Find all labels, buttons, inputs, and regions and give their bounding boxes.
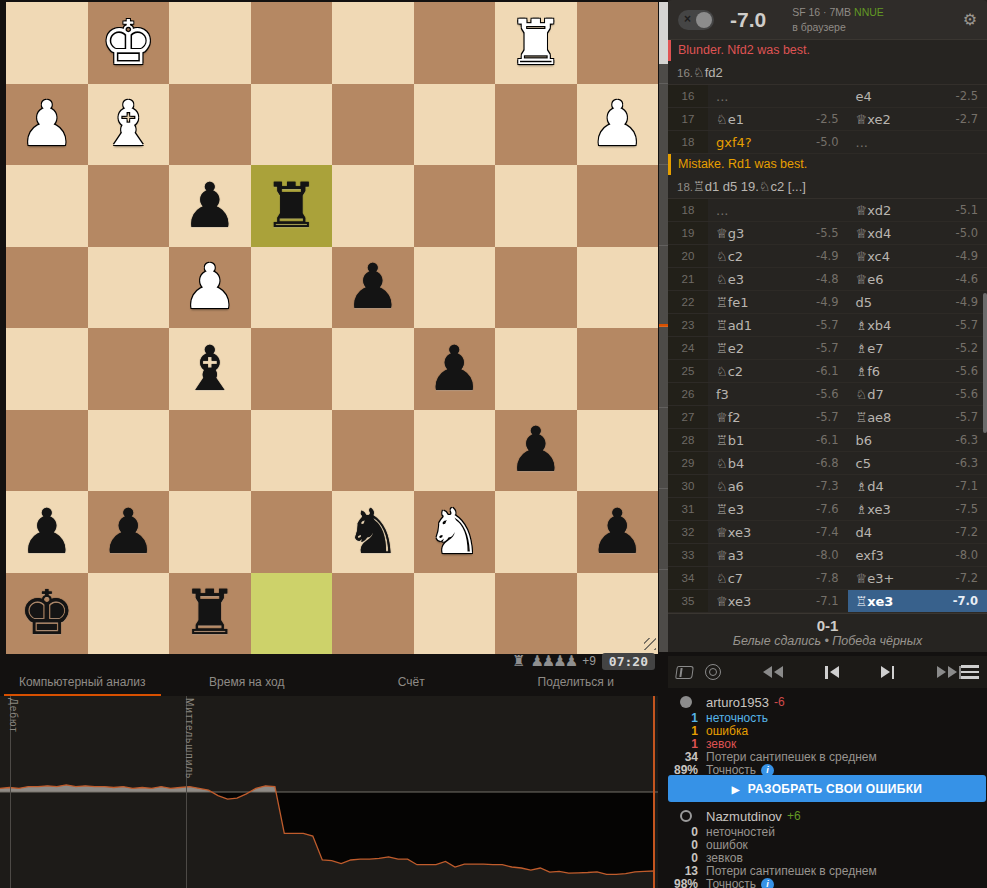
move-eval: -5.6 [956, 383, 978, 405]
square-b1[interactable]: ♜ [495, 2, 577, 84]
move-24-white[interactable]: ♖e2-5.7 [708, 337, 848, 359]
square-f3[interactable]: ♟ [169, 165, 251, 247]
white-king-g1[interactable]: ♚ [88, 2, 170, 84]
engine-toggle-knob [696, 12, 712, 28]
move-san: ♕xe3 [716, 521, 751, 543]
analysis-page: ♚♜♟♝♟♟♜♟♟♝♟♟♟♟♞♞♟♚♜ ♜♟♟♟♟ +9 07:20 Компь… [0, 0, 987, 888]
square-c1[interactable] [414, 2, 496, 84]
move-row-34: 34♘c7-7.8♕e3+-7.2 [668, 567, 987, 590]
move-san: c5 [856, 452, 871, 474]
square-d8[interactable] [332, 573, 414, 655]
white-player-dot [680, 696, 692, 708]
eval-graph-svg [0, 696, 658, 888]
move-eval: -4.9 [956, 291, 978, 313]
move-eval: -5.5 [816, 222, 838, 244]
engine-toggle-off-icon: × [684, 12, 691, 26]
move-row-21: 21♘e3-4.8♕e6-4.6 [668, 268, 987, 291]
square-a6[interactable] [577, 410, 659, 492]
tab-crosstable[interactable]: Счёт [329, 670, 494, 696]
square-a1[interactable] [577, 2, 659, 84]
move-16-white[interactable]: ... [708, 85, 848, 107]
move-san: ♖b1 [716, 429, 744, 451]
tab-computer-analysis[interactable]: Компьютерный анализ [0, 670, 165, 696]
square-c4[interactable] [414, 247, 496, 329]
move-san: ... [856, 131, 868, 153]
material-strip: ♜♟♟♟♟ +9 07:20 [0, 652, 658, 670]
movelist-scrollbar[interactable] [983, 293, 987, 433]
square-f6[interactable] [169, 410, 251, 492]
move-eval: -6.8 [816, 452, 838, 474]
move-26-white[interactable]: f3-5.6 [708, 383, 848, 405]
square-d6[interactable] [332, 410, 414, 492]
square-c5[interactable]: ♟ [414, 328, 496, 410]
square-c8[interactable] [414, 573, 496, 655]
square-f7[interactable] [169, 491, 251, 573]
black-acpl-row: 13Потери сантипешек в среднем [668, 865, 987, 878]
move-san: ♖fe1 [716, 291, 749, 313]
move-table-1: 16...e4-2.517♘e1-2.5♕xe2-2.718gxf4?-5.0.… [668, 85, 987, 154]
move-san: ♖e2 [716, 337, 744, 359]
white-bishop-g2[interactable]: ♝ [88, 84, 170, 166]
move-san: ♗f6 [856, 360, 881, 382]
practice-target-icon[interactable] [705, 664, 721, 680]
move-26-black[interactable]: ♘d7-5.6 [848, 383, 987, 405]
captured-pieces: ♜♟♟♟♟ [512, 652, 576, 670]
result-block: 0-1 Белые сдались • Победа чёрных [668, 613, 987, 652]
move-row-24: 24♖e2-5.7♗e7-5.2 [668, 337, 987, 360]
move-18-black[interactable]: ... [848, 131, 987, 153]
move-san: ♕xd4 [856, 222, 892, 244]
move-20-white[interactable]: ♘c2-4.9 [708, 245, 848, 267]
move-31-black[interactable]: ♗xe3-7.5 [848, 498, 987, 520]
square-h6[interactable] [6, 410, 88, 492]
white-player-name[interactable]: arturo1953 [706, 695, 769, 710]
square-a4[interactable] [577, 247, 659, 329]
move-29-white[interactable]: ♘b4-6.8 [708, 452, 848, 474]
black-pawn-d4[interactable]: ♟ [332, 247, 414, 329]
white-pawn-f4[interactable]: ♟ [169, 247, 251, 329]
black-king-h8[interactable]: ♚ [6, 573, 88, 655]
square-b6[interactable]: ♟ [495, 410, 577, 492]
move-row-17: 17♘e1-2.5♕xe2-2.7 [668, 108, 987, 131]
move-number: 20 [668, 245, 708, 267]
white-rook-b1[interactable]: ♜ [495, 2, 577, 84]
move-number: 18 [668, 199, 708, 221]
square-g3[interactable] [88, 165, 170, 247]
result-text: Белые сдались • Победа чёрных [668, 634, 987, 648]
move-eval: -5.7 [816, 406, 838, 428]
black-mistakes-row[interactable]: 0ошибок [668, 839, 987, 852]
move-number: 19 [668, 222, 708, 244]
move-san: ♘a6 [716, 475, 744, 497]
square-g5[interactable] [88, 328, 170, 410]
captured-rook-icon: ♜ [512, 652, 525, 670]
move-san: ♘c7 [716, 567, 743, 589]
last-move-button[interactable] [937, 666, 962, 679]
move-eval: -7.2 [956, 567, 978, 589]
black-pawn-b6[interactable]: ♟ [495, 410, 577, 492]
move-san: ♗xe3 [856, 498, 891, 520]
square-d5[interactable] [332, 328, 414, 410]
move-san: ... [716, 85, 728, 107]
move-san: ♘c2 [716, 245, 743, 267]
black-pawn-a7[interactable]: ♟ [577, 491, 659, 573]
move-eval: -6.3 [956, 452, 978, 474]
move-number: 30 [668, 475, 708, 497]
move-san: e4 [856, 85, 872, 107]
square-h2[interactable]: ♟ [6, 84, 88, 166]
square-e5[interactable] [251, 328, 333, 410]
move-number: 26 [668, 383, 708, 405]
move-row-19: 19♕g3-5.5♕xd4-5.0 [668, 222, 987, 245]
move-san: ♘e1 [716, 108, 744, 130]
black-rook-f8[interactable]: ♜ [169, 573, 251, 655]
square-a5[interactable] [577, 328, 659, 410]
square-f8[interactable]: ♜ [169, 573, 251, 655]
move-number: 29 [668, 452, 708, 474]
square-g2[interactable]: ♝ [88, 84, 170, 166]
board-resize-handle[interactable] [644, 638, 656, 650]
move-san: ♖ad1 [716, 314, 752, 336]
gear-icon[interactable]: ⚙ [963, 10, 977, 29]
square-f1[interactable] [169, 2, 251, 84]
move-27-white[interactable]: ♕f2-5.7 [708, 406, 848, 428]
result-score: 0-1 [668, 617, 987, 634]
move-25-black[interactable]: ♗f6-5.6 [848, 360, 987, 382]
next-move-button[interactable] [881, 666, 895, 679]
move-san: ♘c2 [716, 360, 743, 382]
move-17-white[interactable]: ♘e1-2.5 [708, 108, 848, 130]
square-h7[interactable]: ♟ [6, 491, 88, 573]
move-row-31: 31♖e3-7.6♗xe3-7.5 [668, 498, 987, 521]
move-row-26: 26f3-5.6♘d7-5.6 [668, 383, 987, 406]
white-acpl-row: 34Потери сантипешек в среднем [668, 751, 987, 764]
white-player-stats: arturo1953 -6 1неточность 1ошибка 1зевок… [668, 694, 987, 777]
move-30-white[interactable]: ♘a6-7.3 [708, 475, 848, 497]
move-33-black[interactable]: exf3-8.0 [848, 544, 987, 566]
move-san: gxf4? [716, 131, 752, 153]
eval-graph[interactable]: Дебют Миттельшпиль [0, 696, 658, 888]
black-player-stats: Nazmutdinov +6 0неточностей 0ошибок 0зев… [668, 808, 987, 888]
move-eval: -4.9 [816, 291, 838, 313]
move-eval: -5.7 [816, 314, 838, 336]
variation-line-mistake[interactable]: 18.♖d1 d5 19.♘c2 [...] [668, 175, 987, 199]
square-d3[interactable] [332, 165, 414, 247]
move-row-32: 32♕xe3-7.4d4-7.2 [668, 521, 987, 544]
move-san: ♕e6 [856, 268, 884, 290]
engine-location: в браузере [792, 20, 952, 34]
move-san: f3 [716, 383, 729, 405]
move-eval: -6.1 [816, 429, 838, 451]
engine-nnue-badge: NNUE [854, 6, 884, 18]
square-e7[interactable] [251, 491, 333, 573]
black-inaccuracies-row[interactable]: 0неточностей [668, 826, 987, 839]
square-h3[interactable] [6, 165, 88, 247]
white-inaccuracies-row[interactable]: 1неточность [668, 712, 987, 725]
move-san: ♘b4 [716, 452, 744, 474]
phase-label-opening: Дебют [8, 698, 19, 733]
square-e8[interactable] [251, 573, 333, 655]
move-number: 32 [668, 521, 708, 543]
move-row-16: 16...e4-2.5 [668, 85, 987, 108]
black-player-dot [680, 810, 692, 822]
black-pawn-c5[interactable]: ♟ [414, 328, 496, 410]
move-18-white[interactable]: ... [708, 199, 848, 221]
menu-icon[interactable] [961, 665, 979, 679]
move-eval: -7.5 [956, 498, 978, 520]
move-san: ♕xe3 [716, 590, 751, 612]
move-row-29: 29♘b4-6.8c5-6.3 [668, 452, 987, 475]
first-move-button[interactable] [763, 666, 783, 678]
move-san: ♕xe2 [856, 108, 891, 130]
move-number: 21 [668, 268, 708, 290]
square-h1[interactable] [6, 2, 88, 84]
white-pawn-a2[interactable]: ♟ [577, 84, 659, 166]
variation-line-blunder[interactable]: 16.♘fd2 [668, 61, 987, 85]
square-d4[interactable]: ♟ [332, 247, 414, 329]
accuracy-info-icon[interactable]: i [761, 878, 774, 888]
engine-eval: -7.0 [730, 8, 766, 32]
move-17-black[interactable]: ♕xe2-2.7 [848, 108, 987, 130]
square-g7[interactable]: ♟ [88, 491, 170, 573]
move-eval: -7.8 [816, 567, 838, 589]
square-f4[interactable]: ♟ [169, 247, 251, 329]
previous-move-button[interactable] [825, 666, 839, 679]
square-b3[interactable] [495, 165, 577, 247]
move-eval: -8.0 [956, 544, 978, 566]
move-number: 22 [668, 291, 708, 313]
variation-moves: ♖d1 d5 19.♘c2 [...] [693, 179, 806, 194]
move-number: 18 [668, 131, 708, 153]
move-32-black[interactable]: d4-7.2 [848, 521, 987, 543]
move-eval: -5.7 [956, 406, 978, 428]
move-number: 25 [668, 360, 708, 382]
play-icon: ▶ [732, 784, 740, 795]
black-accuracy-row: 98%Точностьi [668, 878, 987, 888]
move-30-black[interactable]: ♗d4-7.1 [848, 475, 987, 497]
learn-from-mistakes-button[interactable]: ▶РАЗОБРАТЬ СВОИ ОШИБКИ [668, 775, 986, 802]
move-san: ♖xe3 [856, 590, 894, 612]
black-rook-e3[interactable]: ♜ [251, 165, 333, 247]
tab-move-times[interactable]: Время на ход [165, 670, 330, 696]
move-eval: -5.6 [816, 383, 838, 405]
square-g1[interactable]: ♚ [88, 2, 170, 84]
black-pawn-f3[interactable]: ♟ [169, 165, 251, 247]
move-number: 17 [668, 108, 708, 130]
move-san: d5 [856, 291, 873, 313]
square-e1[interactable] [251, 2, 333, 84]
move-san: ♕xc4 [856, 245, 891, 267]
move-32-white[interactable]: ♕xe3-7.4 [708, 521, 848, 543]
engine-info: SF 16 · 7MB NNUE в браузере [792, 5, 952, 33]
move-number: 24 [668, 337, 708, 359]
move-eval: -4.8 [816, 268, 838, 290]
black-pawn-g7[interactable]: ♟ [88, 491, 170, 573]
move-eval: -5.2 [956, 337, 978, 359]
move-19-black[interactable]: ♕xd4-5.0 [848, 222, 987, 244]
move-29-black[interactable]: c5-6.3 [848, 452, 987, 474]
square-a3[interactable] [577, 165, 659, 247]
analysis-panel: × -7.0 SF 16 · 7MB NNUE в браузере ⚙ Blu… [668, 0, 987, 652]
black-bishop-f5[interactable]: ♝ [169, 328, 251, 410]
move-eval: -8.0 [816, 544, 838, 566]
move-23-black[interactable]: ♗xb4-5.7 [848, 314, 987, 336]
tab-share-export[interactable]: Поделиться и экспортировать [494, 670, 659, 696]
move-23-white[interactable]: ♖ad1-5.7 [708, 314, 848, 336]
square-a7[interactable]: ♟ [577, 491, 659, 573]
square-c7[interactable]: ♞ [414, 491, 496, 573]
square-e2[interactable] [251, 84, 333, 166]
move-eval: -5.6 [956, 360, 978, 382]
move-row-25: 25♘c2-6.1♗f6-5.6 [668, 360, 987, 383]
move-31-white[interactable]: ♖e3-7.6 [708, 498, 848, 520]
engine-name: SF 16 · 7MB [792, 6, 851, 18]
move-row-28: 28♖b1-6.1b6-6.3 [668, 429, 987, 452]
square-a2[interactable]: ♟ [577, 84, 659, 166]
move-eval: -7.3 [816, 475, 838, 497]
phase-label-middlegame: Миттельшпиль [184, 698, 195, 779]
move-35-white[interactable]: ♕xe3-7.1 [708, 590, 848, 612]
square-b2[interactable] [495, 84, 577, 166]
book-icon[interactable] [676, 666, 705, 679]
move-number: 34 [668, 567, 708, 589]
square-g4[interactable] [88, 247, 170, 329]
square-g6[interactable] [88, 410, 170, 492]
move-row-27: 27♕f2-5.7♖ae8-5.7 [668, 406, 987, 429]
black-rating-change: +6 [787, 809, 801, 823]
square-h4[interactable] [6, 247, 88, 329]
variation-move-number: 18. [677, 181, 693, 193]
white-pawn-h2[interactable]: ♟ [6, 84, 88, 166]
square-e6[interactable] [251, 410, 333, 492]
square-e4[interactable] [251, 247, 333, 329]
black-knight-d7[interactable]: ♞ [332, 491, 414, 573]
move-san: ♘e3 [716, 268, 744, 290]
white-blunders-row[interactable]: 1зевок [668, 738, 987, 751]
engine-toggle[interactable]: × [678, 10, 714, 30]
move-san: ♕xd2 [856, 199, 892, 221]
square-h8[interactable]: ♚ [6, 573, 88, 655]
move-22-white[interactable]: ♖fe1-4.9 [708, 291, 848, 313]
move-number: 16 [668, 85, 708, 107]
black-player-name[interactable]: Nazmutdinov [706, 809, 782, 824]
square-d7[interactable]: ♞ [332, 491, 414, 573]
square-d1[interactable] [332, 2, 414, 84]
move-eval: -2.5 [816, 108, 838, 130]
board[interactable]: ♚♜♟♝♟♟♜♟♟♝♟♟♟♟♞♞♟♚♜ [6, 2, 658, 654]
black-pawn-h7[interactable]: ♟ [6, 491, 88, 573]
square-c3[interactable] [414, 165, 496, 247]
move-eval: -7.1 [956, 475, 978, 497]
move-18-black[interactable]: ♕xd2-5.1 [848, 199, 987, 221]
move-table-2: 18...♕xd2-5.119♕g3-5.5♕xd4-5.020♘c2-4.9♕… [668, 199, 987, 613]
move-san: ♖e3 [716, 498, 744, 520]
move-san: ♗xb4 [856, 314, 892, 336]
move-row-18: 18gxf4?-5.0... [668, 131, 987, 154]
material-advantage: +9 [582, 654, 596, 668]
comment-mistake: Mistake. Rd1 was best. [668, 154, 987, 175]
move-24-black[interactable]: ♗e7-5.2 [848, 337, 987, 359]
move-34-white[interactable]: ♘c7-7.8 [708, 567, 848, 589]
white-mistakes-row[interactable]: 1ошибка [668, 725, 987, 738]
move-san: ♕g3 [716, 222, 744, 244]
move-row-20: 20♘c2-4.9♕xc4-4.9 [668, 245, 987, 268]
black-blunders-row[interactable]: 0зевков [668, 852, 987, 865]
clock: 07:20 [602, 653, 655, 670]
move-san: ♕f2 [716, 406, 741, 428]
square-b7[interactable] [495, 491, 577, 573]
move-row-30: 30♘a6-7.3♗d4-7.1 [668, 475, 987, 498]
square-c6[interactable] [414, 410, 496, 492]
square-d2[interactable] [332, 84, 414, 166]
square-e3[interactable]: ♜ [251, 165, 333, 247]
move-san: d4 [856, 521, 873, 543]
analysis-toolbar [668, 656, 987, 688]
move-number: 33 [668, 544, 708, 566]
move-san: exf3 [856, 544, 884, 566]
move-19-white[interactable]: ♕g3-5.5 [708, 222, 848, 244]
move-row-18: 18...♕xd2-5.1 [668, 199, 987, 222]
variation-move-number: 16. [677, 67, 693, 79]
move-eval: -2.7 [956, 108, 978, 130]
white-knight-c7[interactable]: ♞ [414, 491, 496, 573]
move-san: b6 [856, 429, 873, 451]
move-number: 28 [668, 429, 708, 451]
move-number: 23 [668, 314, 708, 336]
move-35-black[interactable]: ♖xe3-7.0 [848, 590, 987, 612]
move-row-35: 35♕xe3-7.1♖xe3-7.0 [668, 590, 987, 613]
square-f5[interactable]: ♝ [169, 328, 251, 410]
square-h5[interactable] [6, 328, 88, 410]
square-b4[interactable] [495, 247, 577, 329]
move-eval: -5.0 [956, 222, 978, 244]
move-21-white[interactable]: ♘e3-4.8 [708, 268, 848, 290]
move-28-black[interactable]: b6-6.3 [848, 429, 987, 451]
move-21-black[interactable]: ♕e6-4.6 [848, 268, 987, 290]
move-34-black[interactable]: ♕e3+-7.2 [848, 567, 987, 589]
move-eval: -7.0 [953, 590, 978, 612]
square-g8[interactable] [88, 573, 170, 655]
square-b5[interactable] [495, 328, 577, 410]
move-33-white[interactable]: ♕a3-8.0 [708, 544, 848, 566]
move-row-23: 23♖ad1-5.7♗xb4-5.7 [668, 314, 987, 337]
move-eval: -7.4 [816, 521, 838, 543]
move-row-33: 33♕a3-8.0exf3-8.0 [668, 544, 987, 567]
move-25-white[interactable]: ♘c2-6.1 [708, 360, 848, 382]
move-number: 35 [668, 590, 708, 612]
move-eval: -5.7 [816, 337, 838, 359]
square-f2[interactable] [169, 84, 251, 166]
comment-blunder: Blunder. Nfd2 was best. [668, 40, 987, 61]
move-eval: -6.1 [816, 360, 838, 382]
move-22-black[interactable]: d5-4.9 [848, 291, 987, 313]
move-eval: -5.7 [956, 314, 978, 336]
move-eval: -5.0 [816, 131, 838, 153]
move-18-white[interactable]: gxf4?-5.0 [708, 131, 848, 153]
square-b8[interactable] [495, 573, 577, 655]
move-eval: -4.9 [816, 245, 838, 267]
move-row-22: 22♖fe1-4.9d5-4.9 [668, 291, 987, 314]
move-28-white[interactable]: ♖b1-6.1 [708, 429, 848, 451]
move-16-black[interactable]: e4-2.5 [848, 85, 987, 107]
move-eval: -2.5 [956, 85, 978, 107]
move-20-black[interactable]: ♕xc4-4.9 [848, 245, 987, 267]
square-c2[interactable] [414, 84, 496, 166]
engine-header: × -7.0 SF 16 · 7MB NNUE в браузере ⚙ [668, 0, 987, 40]
move-27-black[interactable]: ♖ae8-5.7 [848, 406, 987, 428]
move-eval: -4.9 [956, 245, 978, 267]
move-eval: -7.6 [816, 498, 838, 520]
